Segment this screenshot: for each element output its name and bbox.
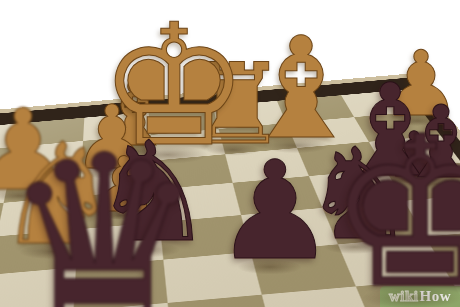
- black-pawn[interactable]: ♟: [214, 143, 336, 279]
- chess-photo-stage: ♟♞♟♝♚♟♜♝♟♝♟♝♞♟♞♛♚ wikiHow: [0, 0, 460, 307]
- black-king[interactable]: ♚: [327, 109, 460, 307]
- black-queen[interactable]: ♛: [2, 125, 206, 307]
- pieces-layer: ♟♞♟♝♚♟♜♝♟♝♟♝♞♟♞♛♚: [0, 0, 460, 307]
